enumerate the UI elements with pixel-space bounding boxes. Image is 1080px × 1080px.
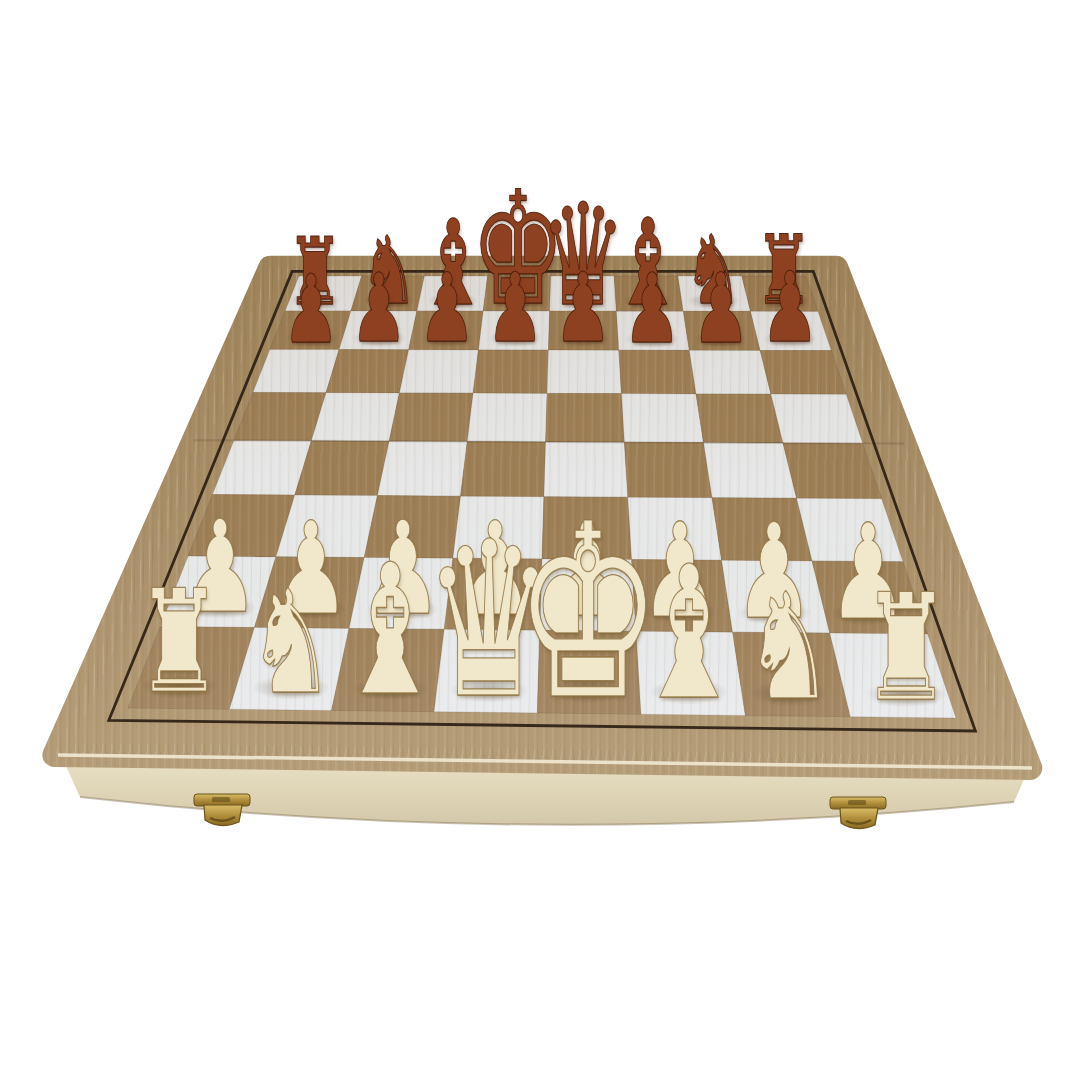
chess-board-case: [0, 0, 1080, 1080]
product-photo: ♜♞♝♚♛♝♞♜♟♟♟♟♟♟♟♟♟♟♟♟♟♟♟♟♜♞♝♛♚♝♞♜: [0, 0, 1080, 1080]
